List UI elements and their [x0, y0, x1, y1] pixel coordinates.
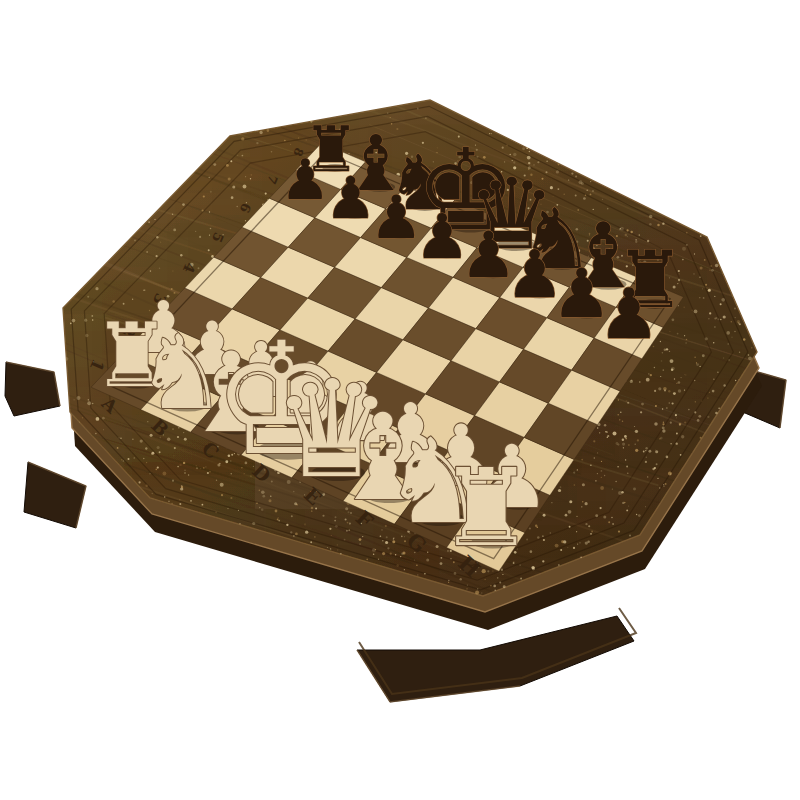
base-left-tab-upper	[5, 362, 60, 416]
piece-black-pawn-h7[interactable]: ♟	[598, 273, 660, 354]
chessboard-scene: ABCDEFGH12345678♜♝♟♞♟♚♟♛♟♞♟♝♟♜♟♟♟♟♜♟♞♟♝♟…	[0, 0, 800, 800]
piece-white-rook-h1[interactable]: ♜	[438, 446, 534, 570]
base-left-tab-lower	[24, 462, 86, 528]
piece-black-pawn-a7[interactable]: ♟	[280, 147, 330, 212]
chessboard-photo: chess ABCDEFGH12345678♜♝♟♞♟♚♟♛♟♞♟♝♟♜♟♟♟♟…	[0, 0, 800, 800]
